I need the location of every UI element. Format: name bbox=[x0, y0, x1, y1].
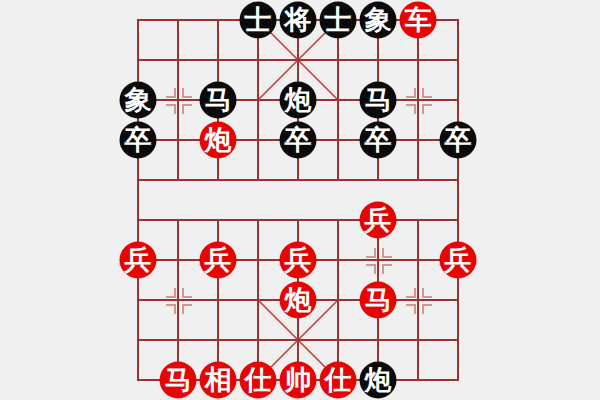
piece-red-soldier[interactable]: 兵 bbox=[200, 242, 237, 279]
screenshot-root: 士将士象车象马炮马卒炮卒卒卒兵兵兵兵兵炮马马相仕帅仕炮 bbox=[0, 0, 600, 400]
point-marker-icon bbox=[382, 248, 392, 258]
point-marker-icon bbox=[422, 304, 432, 314]
point-marker-icon bbox=[182, 288, 192, 298]
piece-black-cannon[interactable]: 炮 bbox=[360, 362, 397, 399]
point-marker-icon bbox=[422, 288, 432, 298]
piece-red-horse[interactable]: 马 bbox=[360, 282, 397, 319]
piece-black-advisor[interactable]: 士 bbox=[240, 2, 277, 39]
point-marker-icon bbox=[366, 248, 376, 258]
piece-red-advisor[interactable]: 仕 bbox=[240, 362, 277, 399]
piece-black-horse[interactable]: 马 bbox=[200, 82, 237, 119]
piece-red-soldier[interactable]: 兵 bbox=[120, 242, 157, 279]
piece-black-soldier[interactable]: 卒 bbox=[120, 122, 157, 159]
piece-red-general[interactable]: 帅 bbox=[280, 362, 317, 399]
point-marker-icon bbox=[166, 304, 176, 314]
point-marker-icon bbox=[166, 88, 176, 98]
piece-black-elephant[interactable]: 象 bbox=[360, 2, 397, 39]
piece-black-soldier[interactable]: 卒 bbox=[440, 122, 477, 159]
piece-red-elephant[interactable]: 相 bbox=[200, 362, 237, 399]
point-marker-icon bbox=[182, 304, 192, 314]
piece-red-chariot[interactable]: 车 bbox=[400, 2, 437, 39]
piece-red-cannon[interactable]: 炮 bbox=[200, 122, 237, 159]
piece-black-horse[interactable]: 马 bbox=[360, 82, 397, 119]
point-marker-icon bbox=[182, 104, 192, 114]
piece-red-soldier[interactable]: 兵 bbox=[280, 242, 317, 279]
piece-black-soldier[interactable]: 卒 bbox=[360, 122, 397, 159]
point-marker-icon bbox=[366, 264, 376, 274]
point-marker-icon bbox=[406, 304, 416, 314]
piece-black-advisor[interactable]: 士 bbox=[320, 2, 357, 39]
piece-red-cannon[interactable]: 炮 bbox=[280, 282, 317, 319]
point-marker-icon bbox=[406, 88, 416, 98]
piece-black-soldier[interactable]: 卒 bbox=[280, 122, 317, 159]
piece-black-elephant[interactable]: 象 bbox=[120, 82, 157, 119]
piece-black-cannon[interactable]: 炮 bbox=[280, 82, 317, 119]
piece-red-soldier[interactable]: 兵 bbox=[440, 242, 477, 279]
point-marker-icon bbox=[406, 104, 416, 114]
point-marker-icon bbox=[406, 288, 416, 298]
point-marker-icon bbox=[422, 104, 432, 114]
piece-black-general[interactable]: 将 bbox=[280, 2, 317, 39]
point-marker-icon bbox=[182, 88, 192, 98]
point-marker-icon bbox=[166, 288, 176, 298]
piece-red-horse[interactable]: 马 bbox=[160, 362, 197, 399]
point-marker-icon bbox=[422, 88, 432, 98]
piece-red-soldier[interactable]: 兵 bbox=[360, 202, 397, 239]
piece-red-advisor[interactable]: 仕 bbox=[320, 362, 357, 399]
xiangqi-board[interactable]: 士将士象车象马炮马卒炮卒卒卒兵兵兵兵兵炮马马相仕帅仕炮 bbox=[0, 0, 600, 400]
point-marker-icon bbox=[166, 104, 176, 114]
point-marker-icon bbox=[382, 264, 392, 274]
palace-diagonals-icon bbox=[0, 0, 600, 400]
